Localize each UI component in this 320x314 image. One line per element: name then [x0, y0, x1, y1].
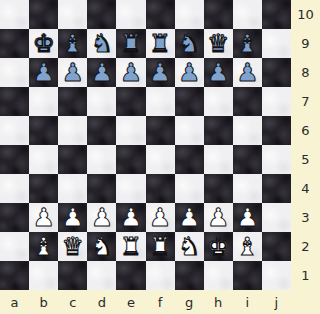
square-b2[interactable]: ♝	[29, 232, 58, 261]
square-a2[interactable]	[0, 232, 29, 261]
square-d6[interactable]	[87, 116, 116, 145]
square-e10[interactable]	[116, 0, 145, 29]
piece-white-pawn-g3[interactable]: ♟	[178, 205, 200, 230]
square-b3[interactable]: ♟	[29, 203, 58, 232]
square-c3[interactable]: ♟	[58, 203, 87, 232]
square-d2[interactable]: ♞	[87, 232, 116, 261]
piece-black-rook-e9[interactable]: ♜	[120, 31, 142, 56]
square-f3[interactable]: ♟	[146, 203, 175, 232]
piece-black-pawn-g8[interactable]: ♟	[178, 60, 200, 85]
piece-white-rook-f2[interactable]: ♜	[149, 234, 171, 259]
square-j5[interactable]	[262, 145, 291, 174]
square-j9[interactable]	[262, 29, 291, 58]
piece-black-bishop-i9[interactable]: ♝	[236, 31, 258, 56]
rank-labels-column: 10987654321	[291, 0, 320, 290]
square-e7[interactable]	[116, 87, 145, 116]
board-grid: ♚♝♞♜♜♞♛♝♟♟♟♟♟♟♟♟♟♟♟♟♟♟♟♟♝♛♞♜♜♞♚♝	[0, 0, 291, 290]
square-b4[interactable]	[29, 174, 58, 203]
square-b7[interactable]	[29, 87, 58, 116]
square-e3[interactable]: ♟	[116, 203, 145, 232]
rank-label-4: 4	[291, 174, 320, 203]
piece-white-bishop-i2[interactable]: ♝	[236, 234, 258, 259]
square-f1[interactable]	[146, 261, 175, 290]
piece-white-rook-e2[interactable]: ♜	[120, 234, 142, 259]
rank-label-10: 10	[291, 0, 320, 29]
square-f9[interactable]: ♜	[146, 29, 175, 58]
square-d3[interactable]: ♟	[87, 203, 116, 232]
rank-label-5: 5	[291, 145, 320, 174]
file-label-b: b	[29, 290, 58, 314]
chessboard-panel: ♚♝♞♜♜♞♛♝♟♟♟♟♟♟♟♟♟♟♟♟♟♟♟♟♝♛♞♜♜♞♚♝ 1098765…	[0, 0, 320, 314]
square-i1[interactable]	[233, 261, 262, 290]
file-label-f: f	[145, 290, 174, 314]
square-h9[interactable]: ♛	[204, 29, 233, 58]
piece-white-pawn-b3[interactable]: ♟	[32, 205, 54, 230]
square-c10[interactable]	[58, 0, 87, 29]
square-j1[interactable]	[262, 261, 291, 290]
square-g3[interactable]: ♟	[175, 203, 204, 232]
square-j6[interactable]	[262, 116, 291, 145]
square-f4[interactable]	[146, 174, 175, 203]
square-a4[interactable]	[0, 174, 29, 203]
piece-black-pawn-b8[interactable]: ♟	[32, 60, 54, 85]
piece-black-king-b9[interactable]: ♚	[32, 31, 54, 56]
rank-label-6: 6	[291, 116, 320, 145]
square-b6[interactable]	[29, 116, 58, 145]
square-d7[interactable]	[87, 87, 116, 116]
square-g7[interactable]	[175, 87, 204, 116]
square-f8[interactable]: ♟	[146, 58, 175, 87]
square-c8[interactable]: ♟	[58, 58, 87, 87]
square-d8[interactable]: ♟	[87, 58, 116, 87]
piece-black-pawn-h8[interactable]: ♟	[207, 60, 229, 85]
square-c4[interactable]	[58, 174, 87, 203]
square-c6[interactable]	[58, 116, 87, 145]
square-f6[interactable]	[146, 116, 175, 145]
piece-black-knight-g9[interactable]: ♞	[178, 31, 200, 56]
square-g5[interactable]	[175, 145, 204, 174]
square-g4[interactable]	[175, 174, 204, 203]
square-h7[interactable]	[204, 87, 233, 116]
piece-white-king-h2[interactable]: ♚	[207, 234, 229, 259]
square-b5[interactable]	[29, 145, 58, 174]
square-j10[interactable]	[262, 0, 291, 29]
square-c7[interactable]	[58, 87, 87, 116]
file-labels-row: abcdefghij	[0, 290, 320, 314]
piece-black-queen-h9[interactable]: ♛	[207, 31, 229, 56]
square-e9[interactable]: ♜	[116, 29, 145, 58]
rank-label-1: 1	[291, 261, 320, 290]
rank-label-2: 2	[291, 232, 320, 261]
piece-black-knight-d9[interactable]: ♞	[91, 31, 113, 56]
square-a9[interactable]	[0, 29, 29, 58]
square-f7[interactable]	[146, 87, 175, 116]
square-h10[interactable]	[204, 0, 233, 29]
piece-black-pawn-e8[interactable]: ♟	[120, 60, 142, 85]
square-g6[interactable]	[175, 116, 204, 145]
piece-white-queen-c2[interactable]: ♛	[62, 234, 84, 259]
square-i9[interactable]: ♝	[233, 29, 262, 58]
piece-white-pawn-f3[interactable]: ♟	[149, 205, 171, 230]
square-b1[interactable]	[29, 261, 58, 290]
piece-black-rook-f9[interactable]: ♜	[149, 31, 171, 56]
square-h6[interactable]	[204, 116, 233, 145]
square-i6[interactable]	[233, 116, 262, 145]
square-a1[interactable]	[0, 261, 29, 290]
square-e6[interactable]	[116, 116, 145, 145]
square-a6[interactable]	[0, 116, 29, 145]
square-c9[interactable]: ♝	[58, 29, 87, 58]
file-label-d: d	[87, 290, 116, 314]
piece-white-knight-d2[interactable]: ♞	[91, 234, 113, 259]
square-d5[interactable]	[87, 145, 116, 174]
piece-white-pawn-e3[interactable]: ♟	[120, 205, 142, 230]
piece-white-pawn-i3[interactable]: ♟	[236, 205, 258, 230]
file-label-c: c	[58, 290, 87, 314]
piece-white-bishop-b2[interactable]: ♝	[32, 234, 54, 259]
square-i2[interactable]: ♝	[233, 232, 262, 261]
piece-white-pawn-h3[interactable]: ♟	[207, 205, 229, 230]
square-h3[interactable]: ♟	[204, 203, 233, 232]
piece-white-pawn-d3[interactable]: ♟	[91, 205, 113, 230]
file-label-a: a	[0, 290, 29, 314]
square-g10[interactable]	[175, 0, 204, 29]
rank-label-9: 9	[291, 29, 320, 58]
square-i8[interactable]: ♟	[233, 58, 262, 87]
square-c5[interactable]	[58, 145, 87, 174]
square-e5[interactable]	[116, 145, 145, 174]
square-a8[interactable]	[0, 58, 29, 87]
piece-white-knight-g2[interactable]: ♞	[178, 234, 200, 259]
square-e2[interactable]: ♜	[116, 232, 145, 261]
rank-label-8: 8	[291, 58, 320, 87]
square-g2[interactable]: ♞	[175, 232, 204, 261]
square-b9[interactable]: ♚	[29, 29, 58, 58]
square-a3[interactable]	[0, 203, 29, 232]
square-i3[interactable]: ♟	[233, 203, 262, 232]
square-j2[interactable]	[262, 232, 291, 261]
square-e4[interactable]	[116, 174, 145, 203]
square-f10[interactable]	[146, 0, 175, 29]
square-f5[interactable]	[146, 145, 175, 174]
square-i5[interactable]	[233, 145, 262, 174]
square-d1[interactable]	[87, 261, 116, 290]
square-a10[interactable]	[0, 0, 29, 29]
square-j7[interactable]	[262, 87, 291, 116]
square-f2[interactable]: ♜	[146, 232, 175, 261]
square-h8[interactable]: ♟	[204, 58, 233, 87]
square-e8[interactable]: ♟	[116, 58, 145, 87]
piece-white-pawn-c3[interactable]: ♟	[62, 205, 84, 230]
square-h5[interactable]	[204, 145, 233, 174]
square-c1[interactable]	[58, 261, 87, 290]
corner-spacer	[291, 290, 320, 314]
square-e1[interactable]	[116, 261, 145, 290]
square-d4[interactable]	[87, 174, 116, 203]
square-h4[interactable]	[204, 174, 233, 203]
square-j4[interactable]	[262, 174, 291, 203]
file-label-j: j	[262, 290, 291, 314]
square-a5[interactable]	[0, 145, 29, 174]
square-i7[interactable]	[233, 87, 262, 116]
square-j3[interactable]	[262, 203, 291, 232]
square-b8[interactable]: ♟	[29, 58, 58, 87]
square-a7[interactable]	[0, 87, 29, 116]
square-g9[interactable]: ♞	[175, 29, 204, 58]
square-d9[interactable]: ♞	[87, 29, 116, 58]
file-label-e: e	[116, 290, 145, 314]
rank-label-3: 3	[291, 203, 320, 232]
file-label-i: i	[233, 290, 262, 314]
square-d10[interactable]	[87, 0, 116, 29]
piece-black-pawn-f8[interactable]: ♟	[149, 60, 171, 85]
rank-label-7: 7	[291, 87, 320, 116]
square-h2[interactable]: ♚	[204, 232, 233, 261]
file-label-h: h	[204, 290, 233, 314]
square-g8[interactable]: ♟	[175, 58, 204, 87]
piece-black-pawn-c8[interactable]: ♟	[62, 60, 84, 85]
square-b10[interactable]	[29, 0, 58, 29]
square-g1[interactable]	[175, 261, 204, 290]
square-c2[interactable]: ♛	[58, 232, 87, 261]
square-h1[interactable]	[204, 261, 233, 290]
piece-black-pawn-i8[interactable]: ♟	[236, 60, 258, 85]
file-label-g: g	[175, 290, 204, 314]
piece-black-bishop-c9[interactable]: ♝	[62, 31, 84, 56]
square-i4[interactable]	[233, 174, 262, 203]
square-i10[interactable]	[233, 0, 262, 29]
square-j8[interactable]	[262, 58, 291, 87]
piece-black-pawn-d8[interactable]: ♟	[91, 60, 113, 85]
